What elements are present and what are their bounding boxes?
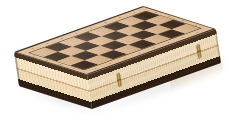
coordinate-mark	[167, 42, 170, 43]
coordinate-mark	[104, 22, 107, 23]
corner-shading	[215, 29, 221, 63]
coordinate-mark	[181, 37, 184, 38]
coordinate-mark	[60, 38, 63, 39]
coordinate-mark	[32, 56, 35, 57]
coordinate-mark	[75, 33, 78, 34]
coordinate-mark	[109, 63, 112, 64]
coordinate-mark	[118, 17, 121, 18]
coordinate-mark	[123, 58, 126, 59]
coordinate-mark	[181, 20, 184, 21]
coordinate-mark	[138, 53, 141, 54]
product-photo-chess-box	[0, 0, 228, 128]
coordinate-mark	[94, 68, 97, 69]
coordinate-mark	[168, 16, 171, 17]
coordinate-mark	[72, 68, 75, 69]
brass-hinge-left	[116, 73, 121, 87]
coordinate-mark	[89, 28, 92, 29]
coordinate-mark	[154, 12, 157, 13]
brass-hinge-right	[196, 44, 201, 58]
corner-shading	[14, 52, 21, 87]
coordinate-mark	[195, 25, 198, 26]
coordinate-mark	[46, 43, 49, 44]
coordinate-mark	[133, 12, 136, 13]
coordinate-mark	[46, 60, 49, 61]
coordinate-mark	[31, 48, 34, 49]
coordinate-mark	[196, 32, 199, 33]
coordinate-mark	[152, 47, 155, 48]
coordinate-mark	[59, 64, 62, 65]
